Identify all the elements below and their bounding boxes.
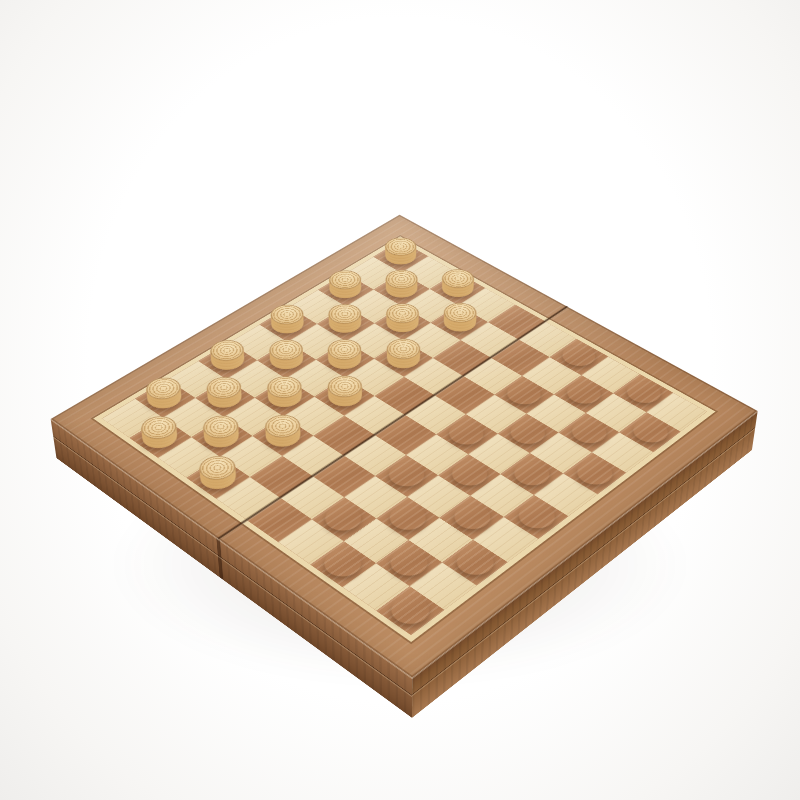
square-r1c7 xyxy=(550,339,608,375)
photo-stage xyxy=(0,0,800,800)
playfield xyxy=(102,241,707,635)
square-r2c10 xyxy=(620,412,681,452)
scene xyxy=(0,0,800,800)
board-top-face xyxy=(51,215,758,678)
folding-board-box xyxy=(51,215,758,678)
dark-man xyxy=(550,339,608,375)
dark-man xyxy=(620,412,681,452)
